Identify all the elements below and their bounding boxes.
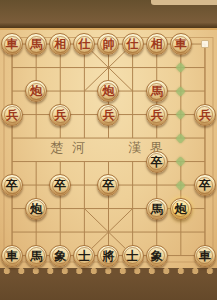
piece-glyph: 炮 (30, 85, 42, 97)
piece-glyph: 仕 (127, 38, 139, 50)
top-panel (0, 0, 217, 28)
board-intersection[interactable] (169, 150, 193, 174)
piece-glyph: 相 (54, 38, 66, 50)
board-intersection[interactable] (169, 103, 193, 127)
board-intersection[interactable] (121, 150, 145, 174)
piece-red-horse[interactable]: 馬 (25, 33, 47, 55)
piece-glyph: 卒 (54, 179, 66, 191)
board-intersection[interactable] (0, 56, 24, 80)
board-intersection[interactable] (121, 197, 145, 221)
board-intersection[interactable] (96, 126, 120, 150)
board-intersection[interactable]: 兵 (145, 103, 169, 127)
board-intersection[interactable] (121, 173, 145, 197)
piece-glyph: 卒 (151, 155, 163, 167)
board-intersection[interactable] (193, 220, 217, 244)
board-intersection[interactable] (48, 126, 72, 150)
piece-glyph: 馬 (151, 85, 163, 97)
board-intersection[interactable]: 車 (193, 244, 217, 268)
board-intersection[interactable] (96, 220, 120, 244)
piece-glyph: 炮 (30, 202, 42, 214)
board-intersection[interactable] (169, 126, 193, 150)
piece-glyph: 馬 (30, 249, 42, 261)
board-intersection[interactable]: 象 (48, 244, 72, 268)
piece-black-soldier[interactable]: 卒 (49, 174, 71, 196)
board-intersection[interactable] (121, 220, 145, 244)
board-intersection[interactable]: 馬 (145, 79, 169, 103)
board-intersection[interactable]: 炮 (96, 79, 120, 103)
board-intersection[interactable] (24, 56, 48, 80)
piece-red-elephant[interactable]: 相 (146, 33, 168, 55)
piece-glyph: 兵 (54, 108, 66, 120)
piece-glyph: 馬 (151, 202, 163, 214)
board-intersection[interactable] (193, 79, 217, 103)
piece-glyph: 相 (151, 38, 163, 50)
board-intersection[interactable]: 兵 (193, 103, 217, 127)
board-intersection[interactable] (72, 79, 96, 103)
top-right-ui-edge (151, 0, 217, 5)
piece-red-cannon[interactable]: 炮 (97, 80, 119, 102)
board-intersection[interactable] (72, 126, 96, 150)
board-intersection[interactable]: 兵 (96, 103, 120, 127)
board-intersection[interactable]: 相 (145, 32, 169, 56)
piece-black-general[interactable]: 將 (97, 245, 119, 267)
board-intersection[interactable] (169, 244, 193, 268)
board-intersection[interactable] (48, 150, 72, 174)
piece-glyph: 馬 (30, 38, 42, 50)
board-intersection[interactable] (0, 150, 24, 174)
piece-glyph: 卒 (6, 179, 18, 191)
piece-glyph: 車 (175, 38, 187, 50)
piece-red-cannon[interactable]: 炮 (25, 80, 47, 102)
piece-red-elephant[interactable]: 相 (49, 33, 71, 55)
piece-glyph: 卒 (102, 179, 114, 191)
piece-black-elephant[interactable]: 象 (49, 245, 71, 267)
board-intersection[interactable] (169, 173, 193, 197)
piece-black-horse[interactable]: 馬 (146, 198, 168, 220)
piece-black-chariot[interactable]: 車 (194, 245, 216, 267)
board-intersection[interactable] (145, 126, 169, 150)
piece-black-advisor[interactable]: 士 (73, 245, 95, 267)
piece-glyph: 車 (6, 38, 18, 50)
piece-black-advisor[interactable]: 士 (122, 245, 144, 267)
board-intersection[interactable] (96, 150, 120, 174)
board-intersection[interactable]: 馬 (145, 197, 169, 221)
piece-glyph: 兵 (6, 108, 18, 120)
board-intersection[interactable] (96, 197, 120, 221)
board-intersection[interactable] (72, 220, 96, 244)
board-intersection[interactable] (24, 173, 48, 197)
board-intersection[interactable] (0, 220, 24, 244)
board-intersection[interactable] (48, 79, 72, 103)
piece-glyph: 車 (199, 249, 211, 261)
board-intersection[interactable] (48, 220, 72, 244)
piece-black-soldier[interactable]: 卒 (194, 174, 216, 196)
piece-red-chariot[interactable]: 車 (1, 33, 23, 55)
board-intersection[interactable]: 將 (96, 244, 120, 268)
piece-glyph: 象 (151, 249, 163, 261)
board-intersection[interactable]: 仕 (72, 32, 96, 56)
board-intersection[interactable] (72, 150, 96, 174)
board-intersection[interactable] (193, 197, 217, 221)
board-intersection[interactable] (48, 197, 72, 221)
piece-black-soldier[interactable]: 卒 (1, 174, 23, 196)
piece-glyph: 將 (102, 249, 114, 261)
game-screen: 楚河 漢界 車馬相仕帥仕相車炮炮馬兵兵兵兵兵卒卒卒卒卒炮馬炮車馬象士將士象車 (0, 0, 217, 300)
piece-glyph: 車 (6, 249, 18, 261)
board-intersection[interactable] (72, 173, 96, 197)
board-grid: 車馬相仕帥仕相車炮炮馬兵兵兵兵兵卒卒卒卒卒炮馬炮車馬象士將士象車 (0, 32, 217, 267)
board-intersection[interactable] (193, 32, 217, 56)
piece-glyph: 仕 (78, 38, 90, 50)
piece-glyph: 兵 (102, 108, 114, 120)
board-intersection[interactable] (48, 56, 72, 80)
board-intersection[interactable]: 車 (0, 32, 24, 56)
board-intersection[interactable]: 士 (72, 244, 96, 268)
piece-glyph: 卒 (199, 179, 211, 191)
board-intersection[interactable]: 炮 (24, 79, 48, 103)
move-hint-dot[interactable] (176, 110, 186, 120)
piece-red-horse[interactable]: 馬 (146, 80, 168, 102)
piece-glyph: 炮 (102, 85, 114, 97)
piece-red-general[interactable]: 帥 (97, 33, 119, 55)
board-intersection[interactable]: 兵 (0, 103, 24, 127)
board-intersection[interactable]: 卒 (48, 173, 72, 197)
piece-red-advisor[interactable]: 仕 (73, 33, 95, 55)
piece-red-soldier[interactable]: 兵 (194, 104, 216, 126)
board-intersection[interactable] (169, 79, 193, 103)
board-intersection[interactable] (121, 103, 145, 127)
board-intersection[interactable]: 馬 (24, 244, 48, 268)
piece-glyph: 士 (127, 249, 139, 261)
board-intersection[interactable]: 炮 (169, 197, 193, 221)
board-intersection[interactable] (24, 220, 48, 244)
board-bottom-trim (0, 268, 217, 276)
board-intersection[interactable]: 卒 (193, 173, 217, 197)
piece-red-soldier[interactable]: 兵 (97, 104, 119, 126)
piece-red-soldier[interactable]: 兵 (1, 104, 23, 126)
board-intersection[interactable] (169, 56, 193, 80)
piece-black-cannon[interactable]: 炮 (170, 198, 192, 220)
board-intersection[interactable] (24, 150, 48, 174)
board-intersection[interactable] (121, 126, 145, 150)
board-intersection[interactable] (72, 197, 96, 221)
move-hint-dot[interactable] (176, 180, 186, 190)
board-intersection[interactable] (169, 220, 193, 244)
board-intersection[interactable] (72, 56, 96, 80)
board-intersection[interactable] (24, 126, 48, 150)
move-hint-dot[interactable] (176, 86, 186, 96)
piece-black-cannon[interactable]: 炮 (25, 198, 47, 220)
piece-black-elephant[interactable]: 象 (146, 245, 168, 267)
board-intersection[interactable]: 馬 (24, 32, 48, 56)
board-intersection[interactable] (193, 150, 217, 174)
move-hint-dot[interactable] (176, 133, 186, 143)
board-intersection[interactable]: 兵 (48, 103, 72, 127)
board-intersection[interactable] (72, 103, 96, 127)
board-intersection[interactable]: 車 (169, 32, 193, 56)
board-intersection[interactable]: 仕 (121, 32, 145, 56)
move-hint-dot[interactable] (176, 63, 186, 73)
piece-red-chariot[interactable]: 車 (170, 33, 192, 55)
piece-red-soldier[interactable]: 兵 (49, 104, 71, 126)
board-intersection[interactable] (193, 126, 217, 150)
board-intersection[interactable]: 相 (48, 32, 72, 56)
piece-black-chariot[interactable]: 車 (1, 245, 23, 267)
board-intersection[interactable] (145, 56, 169, 80)
board-intersection[interactable] (0, 79, 24, 103)
move-hint-dot[interactable] (176, 157, 186, 167)
board-intersection[interactable] (0, 126, 24, 150)
board-intersection[interactable]: 士 (121, 244, 145, 268)
piece-glyph: 炮 (175, 202, 187, 214)
piece-black-soldier[interactable]: 卒 (97, 174, 119, 196)
piece-red-soldier[interactable]: 兵 (146, 104, 168, 126)
piece-glyph: 兵 (199, 108, 211, 120)
move-origin-marker (201, 40, 209, 48)
board-intersection[interactable]: 象 (145, 244, 169, 268)
board-intersection[interactable] (24, 103, 48, 127)
board-intersection[interactable]: 帥 (96, 32, 120, 56)
piece-black-soldier[interactable]: 卒 (146, 151, 168, 173)
board-intersection[interactable] (96, 56, 120, 80)
piece-glyph: 士 (78, 249, 90, 261)
board-intersection[interactable]: 車 (0, 244, 24, 268)
piece-black-horse[interactable]: 馬 (25, 245, 47, 267)
piece-glyph: 兵 (151, 108, 163, 120)
board-intersection[interactable]: 卒 (96, 173, 120, 197)
piece-glyph: 帥 (102, 38, 114, 50)
board-intersection[interactable] (145, 220, 169, 244)
bottom-panel (0, 276, 217, 300)
board-intersection[interactable] (0, 197, 24, 221)
xiangqi-board[interactable]: 楚河 漢界 車馬相仕帥仕相車炮炮馬兵兵兵兵兵卒卒卒卒卒炮馬炮車馬象士將士象車 (0, 28, 217, 268)
board-intersection[interactable] (121, 79, 145, 103)
board-intersection[interactable]: 卒 (0, 173, 24, 197)
board-intersection[interactable] (145, 173, 169, 197)
piece-red-advisor[interactable]: 仕 (122, 33, 144, 55)
board-intersection[interactable]: 炮 (24, 197, 48, 221)
board-intersection[interactable]: 卒 (145, 150, 169, 174)
board-intersection[interactable] (193, 56, 217, 80)
board-intersection[interactable] (121, 56, 145, 80)
piece-glyph: 象 (54, 249, 66, 261)
